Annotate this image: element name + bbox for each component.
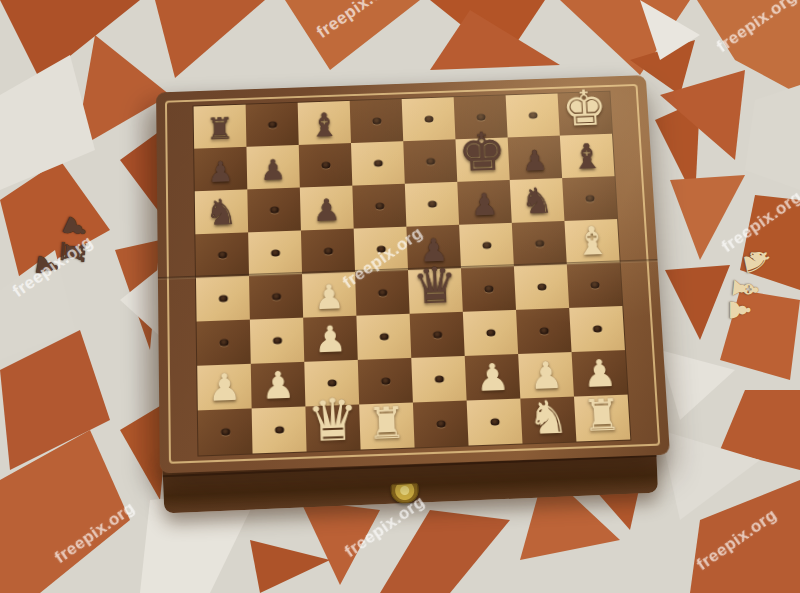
white-pawn-b2[interactable]: ♟ — [261, 366, 295, 405]
square-f1[interactable] — [467, 399, 523, 446]
square-a1[interactable] — [198, 408, 253, 455]
square-e7[interactable] — [403, 139, 457, 183]
peg-hole — [218, 251, 227, 258]
black-bishop-c8[interactable]: ♝ — [309, 108, 340, 142]
peg-hole — [535, 240, 544, 247]
square-h6[interactable] — [562, 176, 617, 221]
white-knight-g1[interactable]: ♞ — [527, 393, 570, 440]
white-rook-d1[interactable]: ♜ — [366, 401, 407, 446]
peg-hole — [590, 281, 599, 288]
square-g5[interactable] — [512, 221, 567, 266]
square-d8[interactable] — [350, 99, 404, 143]
peg-hole — [379, 333, 388, 340]
square-d5[interactable] — [354, 227, 408, 272]
square-b8[interactable] — [246, 103, 299, 147]
white-pawn-a2[interactable]: ♟ — [207, 368, 241, 407]
square-d6[interactable] — [352, 184, 406, 229]
peg-hole — [376, 246, 385, 253]
brass-clasp — [391, 483, 420, 504]
peg-hole — [378, 289, 387, 296]
peg-hole — [486, 329, 495, 336]
square-f3[interactable] — [463, 310, 518, 356]
square-h4[interactable] — [567, 262, 623, 308]
white-pawn-c3[interactable]: ♟ — [314, 321, 348, 358]
peg-hole — [490, 418, 499, 425]
white-pawn-f2[interactable]: ♟ — [475, 358, 510, 397]
captured-black-pawn: ♟ — [31, 251, 63, 281]
peg-hole — [271, 293, 280, 300]
square-b3[interactable] — [250, 318, 304, 364]
black-pawn-g7[interactable]: ♟ — [521, 147, 548, 176]
peg-hole — [585, 195, 594, 202]
square-b5[interactable] — [248, 230, 302, 275]
square-g3[interactable] — [516, 308, 572, 354]
peg-hole — [272, 337, 281, 344]
peg-hole — [539, 327, 548, 334]
peg-hole — [220, 428, 229, 436]
square-e3[interactable] — [410, 312, 465, 358]
black-knight-a6[interactable]: ♞ — [205, 195, 238, 231]
square-f4[interactable] — [461, 266, 516, 312]
white-pawn-c4[interactable]: ♟ — [313, 279, 345, 314]
square-c5[interactable] — [301, 229, 355, 274]
peg-hole — [434, 375, 443, 382]
peg-hole — [528, 112, 537, 119]
peg-hole — [218, 295, 227, 302]
peg-hole — [427, 201, 436, 208]
peg-hole — [482, 242, 491, 249]
peg-hole — [436, 420, 445, 427]
white-pawn-h2[interactable]: ♟ — [582, 354, 618, 393]
peg-hole — [268, 121, 277, 128]
square-h3[interactable] — [569, 306, 625, 352]
square-b6[interactable] — [247, 188, 301, 233]
peg-hole — [219, 339, 228, 346]
peg-hole — [321, 162, 330, 169]
chess-board: ♜♝♚♟♟♚♟♝♞♟♟♞♟♝♟♛♟♟♟♟♟♟♛♜♞♜ — [156, 75, 670, 473]
square-e1[interactable] — [413, 401, 469, 448]
captured-white-pawn: ♟ — [725, 297, 753, 322]
white-rook-h1[interactable]: ♜ — [581, 393, 623, 438]
black-pawn-a7[interactable]: ♟ — [208, 158, 234, 187]
square-a5[interactable] — [195, 232, 249, 277]
black-rook-a8[interactable]: ♜ — [206, 114, 234, 145]
peg-hole — [484, 285, 493, 292]
black-pawn-b7[interactable]: ♟ — [260, 156, 286, 185]
square-e6[interactable] — [405, 182, 459, 227]
black-king-f7[interactable]: ♚ — [457, 126, 507, 180]
peg-hole — [476, 114, 485, 121]
square-e8[interactable] — [402, 97, 456, 141]
peg-hole — [424, 116, 433, 123]
square-a3[interactable] — [197, 320, 251, 366]
peg-hole — [274, 426, 283, 434]
peg-hole — [372, 117, 381, 124]
square-d4[interactable] — [355, 270, 410, 316]
black-knight-g6[interactable]: ♞ — [520, 183, 554, 219]
black-pawn-f6[interactable]: ♟ — [470, 190, 499, 221]
peg-hole — [323, 248, 332, 255]
peg-hole — [375, 203, 384, 210]
square-f5[interactable] — [459, 223, 514, 268]
square-e2[interactable] — [411, 356, 466, 403]
white-queen-c1[interactable]: ♛ — [306, 390, 360, 450]
chessboard-photo: { "game": "chess", "scene": "folding woo… — [0, 0, 800, 593]
square-d3[interactable] — [356, 314, 411, 360]
square-g8[interactable] — [506, 93, 560, 137]
square-g4[interactable] — [514, 264, 569, 310]
square-b1[interactable] — [252, 406, 307, 453]
peg-hole — [537, 283, 546, 290]
peg-hole — [270, 206, 279, 213]
square-a4[interactable] — [196, 276, 250, 322]
white-bishop-h5[interactable]: ♝ — [573, 221, 611, 262]
peg-hole — [592, 325, 601, 332]
peg-hole — [426, 158, 435, 165]
black-bishop-h7[interactable]: ♝ — [570, 139, 604, 175]
peg-hole — [432, 331, 441, 338]
square-c7[interactable] — [299, 143, 353, 187]
white-king-h8[interactable]: ♚ — [561, 83, 609, 133]
black-queen-e4[interactable]: ♛ — [412, 260, 459, 311]
black-pawn-c6[interactable]: ♟ — [313, 195, 341, 226]
peg-hole — [381, 377, 390, 384]
square-b4[interactable] — [249, 274, 303, 320]
square-d7[interactable] — [351, 141, 405, 185]
peg-hole — [270, 249, 279, 256]
peg-hole — [373, 160, 382, 167]
